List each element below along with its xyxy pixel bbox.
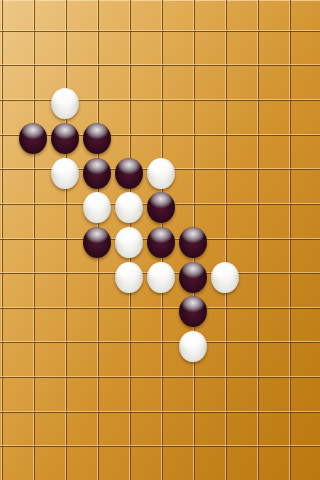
white-stone: [115, 192, 143, 223]
white-stone: [115, 262, 143, 293]
black-stone: [179, 227, 207, 258]
black-stone: [147, 192, 175, 223]
gomoku-board[interactable]: [0, 0, 320, 480]
white-stone: [51, 88, 79, 119]
white-stone: [115, 227, 143, 258]
black-stone: [83, 158, 111, 189]
white-stone: [211, 262, 239, 293]
grid-vline: [33, 0, 35, 480]
white-stone: [179, 331, 207, 362]
white-stone: [147, 262, 175, 293]
black-stone: [83, 123, 111, 154]
grid-vline: [65, 0, 67, 480]
app-screen: [0, 0, 320, 480]
white-stone: [83, 192, 111, 223]
white-stone: [51, 158, 79, 189]
grid-hline: [0, 445, 320, 447]
black-stone: [51, 123, 79, 154]
black-stone: [179, 262, 207, 293]
grid-hline: [0, 30, 320, 32]
black-stone: [19, 123, 47, 154]
black-stone: [147, 227, 175, 258]
grid-hline: [0, 341, 320, 343]
black-stone: [115, 158, 143, 189]
grid-hline: [0, 134, 320, 136]
grid-vline: [1, 0, 3, 480]
black-stone: [179, 296, 207, 327]
grid-vline: [289, 0, 291, 480]
black-stone: [83, 227, 111, 258]
board-top-highlight: [0, 0, 320, 1]
white-stone: [147, 158, 175, 189]
grid-hline: [0, 64, 320, 66]
grid-vline: [225, 0, 227, 480]
grid-vline: [257, 0, 259, 480]
grid-hline: [0, 307, 320, 309]
grid-hline: [0, 411, 320, 413]
grid-hline: [0, 376, 320, 378]
grid-hline: [0, 99, 320, 101]
